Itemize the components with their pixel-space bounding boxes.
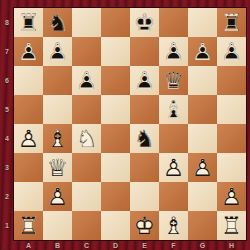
square-c8[interactable] [72, 8, 101, 37]
square-a4[interactable]: ♟♙ [14, 124, 43, 153]
square-e4[interactable]: ♞♘ [130, 124, 159, 153]
black-pawn: ♟♙ [130, 66, 159, 95]
rank-label-2: 2 [0, 182, 14, 211]
square-g8[interactable] [188, 8, 217, 37]
black-bishop-outline-icon: ♗ [159, 95, 188, 124]
square-b5[interactable] [43, 95, 72, 124]
file-label-a: A [14, 240, 43, 250]
square-g2[interactable] [188, 182, 217, 211]
black-rook-outline-icon: ♖ [217, 8, 246, 37]
rank-label-3: 3 [0, 153, 14, 182]
square-a1[interactable]: ♜♖ [14, 211, 43, 240]
square-b1[interactable] [43, 211, 72, 240]
rank-labels: 87654321 [0, 8, 14, 240]
white-pawn: ♟♙ [159, 153, 188, 182]
square-c2[interactable] [72, 182, 101, 211]
file-label-b: B [43, 240, 72, 250]
rank-label-6: 6 [0, 66, 14, 95]
square-f1[interactable]: ♝♗ [159, 211, 188, 240]
square-a8[interactable]: ♜♖ [14, 8, 43, 37]
white-king-outline-icon: ♔ [130, 211, 159, 240]
square-d3[interactable] [101, 153, 130, 182]
black-pawn-outline-icon: ♙ [188, 37, 217, 66]
square-a6[interactable] [14, 66, 43, 95]
file-label-h: H [217, 240, 246, 250]
white-pawn-outline-icon: ♙ [14, 124, 43, 153]
white-pawn-outline-icon: ♙ [43, 182, 72, 211]
white-rook-outline-icon: ♖ [217, 211, 246, 240]
square-f2[interactable] [159, 182, 188, 211]
black-pawn-outline-icon: ♙ [14, 37, 43, 66]
white-rook: ♜♖ [14, 211, 43, 240]
square-g7[interactable]: ♟♙ [188, 37, 217, 66]
white-rook: ♜♖ [217, 211, 246, 240]
square-b8[interactable]: ♞♘ [43, 8, 72, 37]
black-pawn: ♟♙ [72, 66, 101, 95]
square-b2[interactable]: ♟♙ [43, 182, 72, 211]
square-a7[interactable]: ♟♙ [14, 37, 43, 66]
square-a2[interactable] [14, 182, 43, 211]
rank-label-7: 7 [0, 37, 14, 66]
black-pawn-outline-icon: ♙ [130, 66, 159, 95]
white-queen: ♛♕ [43, 153, 72, 182]
square-h7[interactable]: ♟♙ [217, 37, 246, 66]
black-bishop: ♝♗ [159, 95, 188, 124]
square-b4[interactable]: ♝♗ [43, 124, 72, 153]
square-e5[interactable] [130, 95, 159, 124]
square-f4[interactable] [159, 124, 188, 153]
rank-label-8: 8 [0, 8, 14, 37]
square-c5[interactable] [72, 95, 101, 124]
square-e1[interactable]: ♚♔ [130, 211, 159, 240]
square-g5[interactable] [188, 95, 217, 124]
square-e6[interactable]: ♟♙ [130, 66, 159, 95]
square-d7[interactable] [101, 37, 130, 66]
square-h2[interactable]: ♟♙ [217, 182, 246, 211]
black-pawn: ♟♙ [43, 37, 72, 66]
black-rook-outline-icon: ♖ [14, 8, 43, 37]
black-pawn-outline-icon: ♙ [159, 37, 188, 66]
black-pawn: ♟♙ [159, 37, 188, 66]
white-pawn-outline-icon: ♙ [159, 153, 188, 182]
white-pawn: ♟♙ [217, 182, 246, 211]
square-g1[interactable] [188, 211, 217, 240]
square-f5[interactable]: ♝♗ [159, 95, 188, 124]
square-a5[interactable] [14, 95, 43, 124]
white-pawn: ♟♙ [14, 124, 43, 153]
file-label-d: D [101, 240, 130, 250]
square-g6[interactable] [188, 66, 217, 95]
square-g4[interactable] [188, 124, 217, 153]
square-c7[interactable] [72, 37, 101, 66]
file-label-e: E [130, 240, 159, 250]
square-d8[interactable] [101, 8, 130, 37]
file-label-c: C [72, 240, 101, 250]
square-b7[interactable]: ♟♙ [43, 37, 72, 66]
chess-board: ♜♖♞♘♚♔♜♖♟♙♟♙♟♙♟♙♟♙♟♙♟♙♛♕♝♗♟♙♝♗♞♘♞♘♛♕♟♙♟♙… [14, 8, 246, 240]
square-d6[interactable] [101, 66, 130, 95]
white-knight-outline-icon: ♘ [72, 124, 101, 153]
square-h1[interactable]: ♜♖ [217, 211, 246, 240]
black-queen-outline-icon: ♕ [159, 66, 188, 95]
square-c1[interactable] [72, 211, 101, 240]
square-a3[interactable] [14, 153, 43, 182]
square-e8[interactable]: ♚♔ [130, 8, 159, 37]
white-bishop-outline-icon: ♗ [43, 124, 72, 153]
white-knight: ♞♘ [72, 124, 101, 153]
square-d2[interactable] [101, 182, 130, 211]
square-d4[interactable] [101, 124, 130, 153]
file-label-f: F [159, 240, 188, 250]
rank-label-1: 1 [0, 211, 14, 240]
black-pawn-outline-icon: ♙ [43, 37, 72, 66]
black-rook: ♜♖ [217, 8, 246, 37]
square-c6[interactable]: ♟♙ [72, 66, 101, 95]
file-labels: ABCDEFGH [14, 240, 246, 250]
black-king-outline-icon: ♔ [130, 8, 159, 37]
black-knight: ♞♘ [130, 124, 159, 153]
black-pawn: ♟♙ [14, 37, 43, 66]
black-king: ♚♔ [130, 8, 159, 37]
square-e2[interactable] [130, 182, 159, 211]
square-f3[interactable]: ♟♙ [159, 153, 188, 182]
white-bishop-outline-icon: ♗ [159, 211, 188, 240]
square-g3[interactable]: ♟♙ [188, 153, 217, 182]
black-knight: ♞♘ [43, 8, 72, 37]
square-h4[interactable] [217, 124, 246, 153]
square-c3[interactable] [72, 153, 101, 182]
black-queen: ♛♕ [159, 66, 188, 95]
white-bishop: ♝♗ [43, 124, 72, 153]
white-rook-outline-icon: ♖ [14, 211, 43, 240]
black-pawn-outline-icon: ♙ [217, 37, 246, 66]
white-pawn: ♟♙ [188, 153, 217, 182]
white-queen-outline-icon: ♕ [43, 153, 72, 182]
square-e7[interactable] [130, 37, 159, 66]
square-d5[interactable] [101, 95, 130, 124]
square-h5[interactable] [217, 95, 246, 124]
black-pawn-outline-icon: ♙ [72, 66, 101, 95]
square-h8[interactable]: ♜♖ [217, 8, 246, 37]
square-f8[interactable] [159, 8, 188, 37]
white-pawn-outline-icon: ♙ [217, 182, 246, 211]
square-e3[interactable] [130, 153, 159, 182]
black-knight-outline-icon: ♘ [43, 8, 72, 37]
square-b6[interactable] [43, 66, 72, 95]
white-pawn: ♟♙ [43, 182, 72, 211]
square-f7[interactable]: ♟♙ [159, 37, 188, 66]
rank-label-5: 5 [0, 95, 14, 124]
black-rook: ♜♖ [14, 8, 43, 37]
square-h3[interactable] [217, 153, 246, 182]
file-label-g: G [188, 240, 217, 250]
square-c4[interactable]: ♞♘ [72, 124, 101, 153]
square-b3[interactable]: ♛♕ [43, 153, 72, 182]
black-pawn: ♟♙ [188, 37, 217, 66]
white-pawn-outline-icon: ♙ [188, 153, 217, 182]
square-h6[interactable] [217, 66, 246, 95]
white-king: ♚♔ [130, 211, 159, 240]
white-bishop: ♝♗ [159, 211, 188, 240]
square-d1[interactable] [101, 211, 130, 240]
chess-diagram: 87654321 ♜♖♞♘♚♔♜♖♟♙♟♙♟♙♟♙♟♙♟♙♟♙♛♕♝♗♟♙♝♗♞… [0, 0, 250, 250]
square-f6[interactable]: ♛♕ [159, 66, 188, 95]
black-knight-outline-icon: ♘ [130, 124, 159, 153]
black-pawn: ♟♙ [217, 37, 246, 66]
rank-label-4: 4 [0, 124, 14, 153]
